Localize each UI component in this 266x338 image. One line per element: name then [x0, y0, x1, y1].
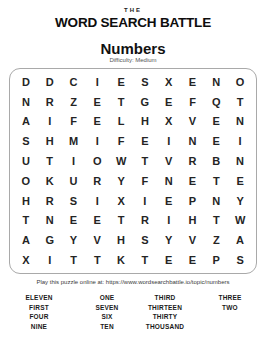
word-item: NINE	[0, 322, 78, 332]
grid-cell[interactable]: Z	[62, 92, 86, 112]
grid-cell[interactable]: T	[109, 211, 133, 231]
grid-cell[interactable]: O	[14, 171, 38, 191]
grid-cell[interactable]: S	[62, 191, 86, 211]
grid-cell[interactable]: S	[133, 72, 157, 92]
grid-cell[interactable]: T	[14, 211, 38, 231]
grid-cell[interactable]: Y	[228, 191, 252, 211]
puzzle-title: Numbers	[0, 41, 266, 56]
grid-cell[interactable]: X	[14, 250, 38, 270]
grid-cell[interactable]: Y	[157, 230, 181, 250]
grid-cell[interactable]: T	[204, 211, 228, 231]
word-item: FIRST	[0, 303, 78, 313]
grid-cell[interactable]: C	[62, 72, 86, 92]
grid-cell[interactable]: O	[228, 72, 252, 92]
grid-cell[interactable]: I	[228, 131, 252, 151]
grid-cell[interactable]: A	[228, 230, 252, 250]
word-item: THIRTY	[136, 312, 194, 322]
grid-cell[interactable]: U	[62, 171, 86, 191]
word-item: THOUSAND	[136, 322, 194, 332]
word-item: THREE	[194, 293, 266, 303]
grid-cell[interactable]: R	[38, 191, 62, 211]
grid-cell[interactable]: H	[133, 112, 157, 132]
word-item: ELEVEN	[0, 293, 78, 303]
grid-cell[interactable]: T	[228, 92, 252, 112]
grid-cell[interactable]: T	[62, 250, 86, 270]
grid-cell[interactable]: I	[157, 211, 181, 231]
word-item: THIRTEEN	[136, 303, 194, 313]
word-item: SEVEN	[78, 303, 136, 313]
grid-cell[interactable]: P	[204, 250, 228, 270]
grid-cell[interactable]: V	[157, 151, 181, 171]
grid-cell[interactable]: A	[14, 230, 38, 250]
grid-cell[interactable]: I	[85, 191, 109, 211]
grid-cell[interactable]: O	[85, 151, 109, 171]
grid-cell[interactable]: E	[157, 191, 181, 211]
word-item: ONE	[78, 293, 136, 303]
word-list-column: THIRDTHIRTEENTHIRTYTHOUSAND	[136, 293, 194, 331]
grid-cell[interactable]: F	[62, 112, 86, 132]
grid-cell[interactable]: X	[157, 72, 181, 92]
grid-cell[interactable]: I	[85, 72, 109, 92]
difficulty-label: Difficulty: Medium	[0, 57, 266, 64]
grid-cell[interactable]: S	[228, 250, 252, 270]
grid-cell[interactable]: P	[181, 191, 205, 211]
grid-cell[interactable]: E	[85, 92, 109, 112]
grid-cell[interactable]: F	[133, 171, 157, 191]
grid-cell[interactable]: B	[204, 151, 228, 171]
grid-cell[interactable]: E	[62, 211, 86, 231]
grid-cell[interactable]: V	[85, 230, 109, 250]
grid-cell[interactable]: H	[181, 211, 205, 231]
grid-cell[interactable]: Z	[204, 230, 228, 250]
grid-cell[interactable]: H	[109, 230, 133, 250]
grid-cell[interactable]: I	[157, 131, 181, 151]
grid-cell[interactable]: D	[38, 72, 62, 92]
grid-cell[interactable]: E	[228, 171, 252, 191]
grid-cell[interactable]: E	[85, 211, 109, 231]
brand-top-label: THE	[0, 0, 266, 13]
grid-cell[interactable]: E	[157, 92, 181, 112]
grid-cell[interactable]: G	[133, 92, 157, 112]
grid-cell[interactable]: E	[181, 250, 205, 270]
play-online-url: Play this puzzle online at: https://www.…	[0, 279, 266, 286]
word-item: FOUR	[0, 312, 78, 322]
grid-cell[interactable]: E	[204, 131, 228, 151]
brand-logo-text: WORD SEARCH BATTLE	[0, 15, 266, 30]
grid-cell[interactable]: D	[14, 72, 38, 92]
grid-cell[interactable]: K	[109, 250, 133, 270]
grid-cell[interactable]: N	[228, 151, 252, 171]
word-item: TWO	[194, 303, 266, 313]
grid-cell[interactable]: T	[109, 92, 133, 112]
word-list-column: ONESEVENSIXTEN	[78, 293, 136, 331]
grid-cell[interactable]: N	[14, 92, 38, 112]
word-list: ELEVENFIRSTFOURNINEONESEVENSIXTENTHIRDTH…	[0, 293, 266, 331]
grid-cell[interactable]: E	[181, 171, 205, 191]
grid-cell[interactable]: I	[133, 191, 157, 211]
grid-cell[interactable]: T	[133, 151, 157, 171]
grid-cell[interactable]: T	[38, 151, 62, 171]
grid-cell[interactable]: F	[181, 92, 205, 112]
grid-cell[interactable]: V	[181, 112, 205, 132]
grid-cell[interactable]: I	[85, 131, 109, 151]
grid-cell[interactable]: T	[204, 171, 228, 191]
grid-cell[interactable]: F	[109, 131, 133, 151]
grid-cell[interactable]: X	[157, 112, 181, 132]
word-search-page: THE WORD SEARCH BATTLE Numbers Difficult…	[0, 0, 266, 338]
grid-cell[interactable]: N	[228, 112, 252, 132]
grid-cell[interactable]: K	[38, 171, 62, 191]
grid-cell[interactable]: S	[14, 131, 38, 151]
grid-cell[interactable]: A	[14, 112, 38, 132]
word-list-column: THREETWO	[194, 293, 266, 331]
grid-cell[interactable]: S	[133, 230, 157, 250]
grid-cell[interactable]: V	[181, 230, 205, 250]
grid-cell[interactable]: I	[38, 250, 62, 270]
grid-cell[interactable]: Q	[204, 92, 228, 112]
grid-cell[interactable]: H	[38, 131, 62, 151]
word-item: TEN	[78, 322, 136, 332]
word-search-grid[interactable]: DDCIESXENONRZETGEFQTAIFELHXVENSHMIFEINEI…	[9, 68, 257, 274]
grid-cell[interactable]: E	[157, 250, 181, 270]
word-item: SIX	[78, 312, 136, 322]
grid-cell[interactable]: N	[38, 211, 62, 231]
grid-cell[interactable]: G	[38, 230, 62, 250]
grid-cell[interactable]: X	[109, 191, 133, 211]
grid-cell[interactable]: R	[133, 211, 157, 231]
grid-cell[interactable]: Y	[109, 171, 133, 191]
word-list-column: ELEVENFIRSTFOURNINE	[0, 293, 78, 331]
grid-cell[interactable]: M	[62, 131, 86, 151]
word-item: THIRD	[136, 293, 194, 303]
grid-cell[interactable]: E	[133, 131, 157, 151]
grid-cell[interactable]: E	[204, 112, 228, 132]
grid-cell[interactable]: W	[228, 211, 252, 231]
grid-cell[interactable]: N	[157, 171, 181, 191]
grid-cell[interactable]: R	[85, 171, 109, 191]
grid-cell[interactable]: N	[181, 131, 205, 151]
grid-cell[interactable]: T	[133, 250, 157, 270]
grid-cell[interactable]: R	[181, 151, 205, 171]
grid-cell[interactable]: E	[181, 72, 205, 92]
grid-cell[interactable]: N	[204, 72, 228, 92]
grid-cell[interactable]: R	[38, 92, 62, 112]
grid-cell[interactable]: E	[109, 72, 133, 92]
grid-cell[interactable]: H	[14, 191, 38, 211]
grid-cell[interactable]: T	[85, 250, 109, 270]
grid-cell[interactable]: L	[109, 112, 133, 132]
grid-cell[interactable]: W	[109, 151, 133, 171]
grid-cell[interactable]: Y	[62, 230, 86, 250]
grid-cell[interactable]: E	[85, 112, 109, 132]
grid-cell[interactable]: I	[62, 151, 86, 171]
grid-cell[interactable]: N	[204, 191, 228, 211]
grid-cell[interactable]: I	[38, 112, 62, 132]
grid-cell[interactable]: U	[14, 151, 38, 171]
